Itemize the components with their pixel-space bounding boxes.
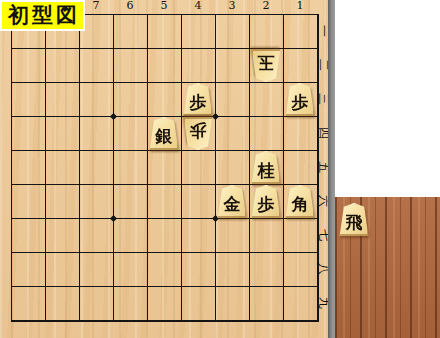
board-cell[interactable]: [216, 151, 250, 185]
board-cell[interactable]: [80, 185, 114, 219]
board-cell[interactable]: [182, 253, 216, 287]
board-cell[interactable]: [114, 185, 148, 219]
file-label: 5: [147, 0, 181, 12]
board-cell[interactable]: [12, 117, 46, 151]
board-cell[interactable]: [114, 15, 148, 49]
board-cell[interactable]: [114, 253, 148, 287]
board-cell[interactable]: [182, 151, 216, 185]
piece-body: 金: [217, 185, 247, 218]
board-cell[interactable]: [46, 49, 80, 83]
shogi-piece[interactable]: 角: [285, 185, 315, 218]
board-cell[interactable]: [12, 49, 46, 83]
board-cell[interactable]: [148, 253, 182, 287]
board-cell[interactable]: [250, 287, 284, 321]
board-cell[interactable]: [114, 83, 148, 117]
board-cell[interactable]: [46, 151, 80, 185]
board-cell[interactable]: [182, 287, 216, 321]
piece-body: 飛: [339, 203, 369, 236]
board-cell[interactable]: [216, 253, 250, 287]
board-cell[interactable]: [284, 219, 318, 253]
shogi-piece[interactable]: 玉: [251, 49, 281, 82]
board-cell[interactable]: [250, 83, 284, 117]
board-cell[interactable]: [80, 253, 114, 287]
board-cell[interactable]: [12, 253, 46, 287]
shogi-piece[interactable]: 歩: [251, 185, 281, 218]
file-label: 4: [181, 0, 215, 12]
shogi-piece[interactable]: 金: [217, 185, 247, 218]
board-cell[interactable]: [46, 185, 80, 219]
board-cell[interactable]: [216, 219, 250, 253]
board-cell[interactable]: [12, 219, 46, 253]
board-cell[interactable]: [148, 185, 182, 219]
board-cell[interactable]: [80, 151, 114, 185]
board-cell[interactable]: [182, 49, 216, 83]
board-cell[interactable]: [216, 15, 250, 49]
file-label: 6: [113, 0, 147, 12]
board-cell[interactable]: [12, 287, 46, 321]
board-cell[interactable]: [114, 151, 148, 185]
board-cell[interactable]: [284, 49, 318, 83]
board-cell[interactable]: [250, 15, 284, 49]
board-cell[interactable]: [80, 219, 114, 253]
board-cell[interactable]: [12, 83, 46, 117]
piece-body: 玉: [251, 49, 281, 82]
shogi-diagram: 7654321一二三四五六七八九 玉歩歩銀歩桂金歩角 飛 初型図: [0, 0, 440, 338]
board-cell[interactable]: [46, 83, 80, 117]
shogi-piece[interactable]: 歩: [183, 83, 213, 116]
piece-body: 銀: [149, 117, 179, 150]
piece-body: 歩: [183, 117, 213, 150]
piece-body: 歩: [285, 83, 315, 116]
board-cell[interactable]: [216, 287, 250, 321]
board-cell[interactable]: [250, 219, 284, 253]
board-cell[interactable]: [182, 185, 216, 219]
board-cell[interactable]: [182, 219, 216, 253]
board-cell[interactable]: [46, 117, 80, 151]
board-cell[interactable]: [284, 15, 318, 49]
board-cell[interactable]: [80, 49, 114, 83]
piece-kanji: 桂: [258, 157, 275, 179]
shogi-piece[interactable]: 歩: [285, 83, 315, 116]
board-cell[interactable]: [284, 151, 318, 185]
board-cell[interactable]: [148, 219, 182, 253]
board-cell[interactable]: [148, 287, 182, 321]
piece-body: 桂: [251, 151, 281, 184]
board-cell[interactable]: [182, 15, 216, 49]
board-cell[interactable]: [46, 253, 80, 287]
board-cell[interactable]: [80, 287, 114, 321]
board-cell[interactable]: [46, 219, 80, 253]
board-cell[interactable]: [12, 185, 46, 219]
piece-kanji: 歩: [190, 123, 207, 145]
board-cell[interactable]: [250, 253, 284, 287]
board-cell[interactable]: [12, 151, 46, 185]
file-label: 2: [249, 0, 283, 12]
board-cell[interactable]: [114, 219, 148, 253]
board-cell[interactable]: [216, 83, 250, 117]
piece-body: 角: [285, 185, 315, 218]
board-cell[interactable]: [250, 117, 284, 151]
diagram-title-label: 初型図: [0, 0, 85, 31]
hand-piece-rook[interactable]: 飛: [339, 203, 369, 236]
board-cell[interactable]: [284, 117, 318, 151]
file-label: 3: [215, 0, 249, 12]
board-cell[interactable]: [80, 83, 114, 117]
piece-body: 歩: [183, 83, 213, 116]
board-cell[interactable]: [216, 117, 250, 151]
board-cell[interactable]: [114, 117, 148, 151]
board-cell[interactable]: [216, 49, 250, 83]
shogi-piece[interactable]: 桂: [251, 151, 281, 184]
board-cell[interactable]: [148, 49, 182, 83]
board-cell[interactable]: [148, 151, 182, 185]
board-cell[interactable]: [80, 15, 114, 49]
board-edge-shadow: [328, 0, 335, 338]
board-cell[interactable]: [284, 287, 318, 321]
piece-kanji: 玉: [258, 55, 275, 77]
piece-kanji: 歩: [258, 191, 275, 213]
piece-kanji: 歩: [190, 89, 207, 111]
piece-kanji: 銀: [156, 123, 173, 145]
piece-kanji: 角: [292, 191, 309, 213]
piece-kanji: 金: [224, 191, 241, 213]
file-label: 1: [283, 0, 317, 12]
piece-kanji: 歩: [292, 89, 309, 111]
board-cell[interactable]: [46, 287, 80, 321]
board-cell[interactable]: [148, 15, 182, 49]
piece-body: 歩: [251, 185, 281, 218]
shogi-piece[interactable]: 銀: [149, 117, 179, 150]
shogi-piece[interactable]: 歩: [183, 117, 213, 150]
board-cell[interactable]: [80, 117, 114, 151]
board-cell[interactable]: [114, 287, 148, 321]
piece-kanji: 飛: [346, 209, 363, 231]
board-cell[interactable]: [284, 253, 318, 287]
board-cell[interactable]: [114, 49, 148, 83]
board-cell[interactable]: [148, 83, 182, 117]
